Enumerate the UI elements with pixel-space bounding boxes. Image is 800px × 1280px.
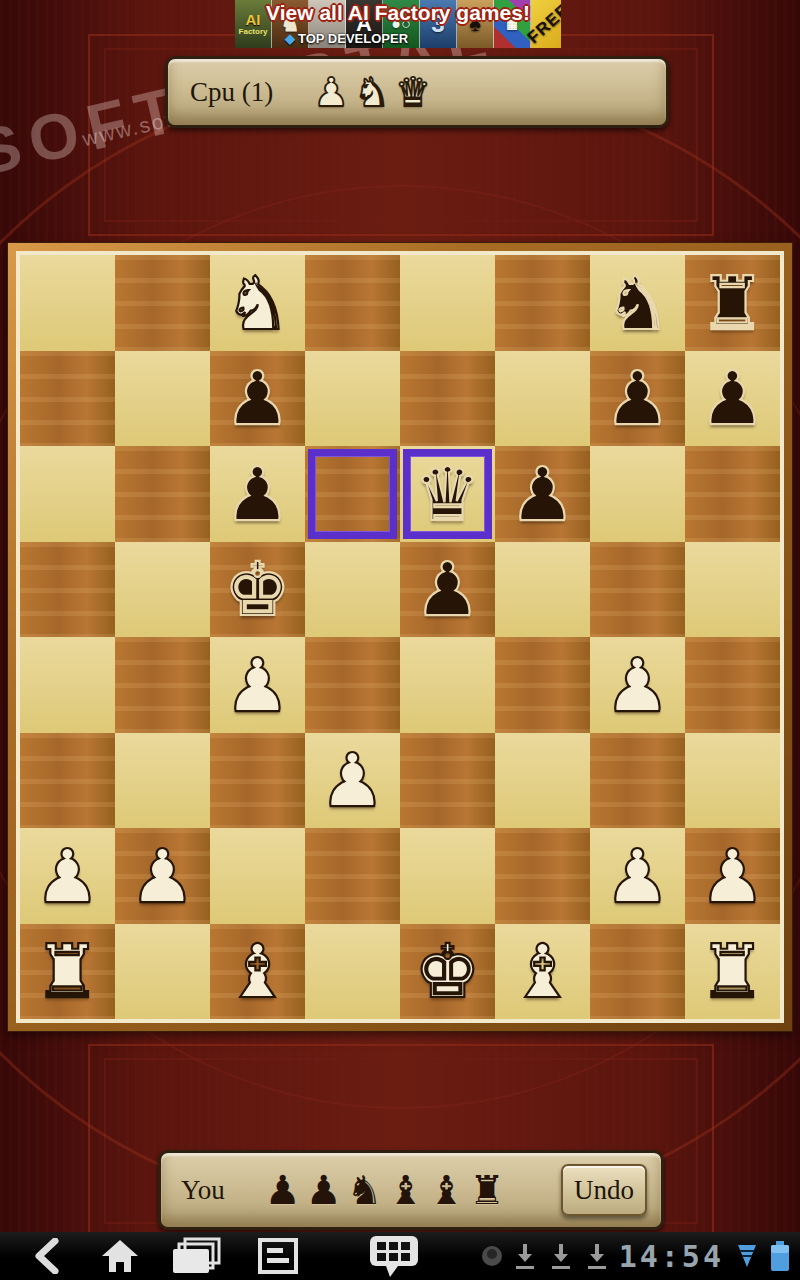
- square-a2[interactable]: ♟: [20, 828, 115, 924]
- status-circle-icon: [481, 1245, 503, 1267]
- square-h4[interactable]: [685, 637, 780, 733]
- black-pawn[interactable]: ♟: [224, 457, 290, 531]
- white-bishop[interactable]: ♝: [509, 934, 575, 1008]
- square-a1[interactable]: ♜: [20, 924, 115, 1020]
- black-queen[interactable]: ♛: [414, 457, 480, 531]
- square-f1[interactable]: ♝: [495, 924, 590, 1020]
- battery-icon: [770, 1241, 790, 1271]
- square-c5[interactable]: ♚: [210, 542, 305, 638]
- app-screen: SOFTPORTAL www.softportal.com AIFactory♞…: [0, 0, 800, 1280]
- square-c2[interactable]: [210, 828, 305, 924]
- white-knight[interactable]: ♞: [224, 266, 290, 340]
- square-f5[interactable]: [495, 542, 590, 638]
- captured-black-pawn: ♟: [265, 1170, 301, 1210]
- captured-black-rook: ♜: [469, 1170, 505, 1210]
- black-pawn[interactable]: ♟: [699, 361, 765, 435]
- square-e7[interactable]: [400, 351, 495, 447]
- square-c1[interactable]: ♝: [210, 924, 305, 1020]
- square-d5[interactable]: [305, 542, 400, 638]
- square-b2[interactable]: ♟: [115, 828, 210, 924]
- ad-top-developer-badge: ◆ TOP DEVELOPER: [285, 31, 408, 46]
- square-c7[interactable]: ♟: [210, 351, 305, 447]
- square-h6[interactable]: [685, 446, 780, 542]
- cpu-captured-pieces: ♟♞♛: [313, 72, 431, 112]
- square-g7[interactable]: ♟: [590, 351, 685, 447]
- white-rook[interactable]: ♜: [699, 934, 765, 1008]
- square-b5[interactable]: [115, 542, 210, 638]
- ad-badge-label: TOP DEVELOPER: [298, 31, 408, 46]
- undo-button[interactable]: Undo: [561, 1164, 647, 1216]
- square-f7[interactable]: [495, 351, 590, 447]
- white-pawn[interactable]: ♟: [319, 743, 385, 817]
- status-cluster: 14:54: [481, 1232, 790, 1280]
- white-pawn[interactable]: ♟: [604, 648, 670, 722]
- board-frame: ♞♞♜♟♟♟♟♛♟♚♟♟♟♟♟♟♟♟♜♝♚♝♜: [8, 243, 792, 1031]
- captured-black-bishop: ♝: [387, 1170, 423, 1210]
- square-d7[interactable]: [305, 351, 400, 447]
- square-d3[interactable]: ♟: [305, 733, 400, 829]
- black-pawn[interactable]: ♟: [224, 361, 290, 435]
- square-a7[interactable]: [20, 351, 115, 447]
- square-g2[interactable]: ♟: [590, 828, 685, 924]
- square-e2[interactable]: [400, 828, 495, 924]
- back-icon[interactable]: [24, 1232, 68, 1280]
- ad-banner[interactable]: AIFactory♞A●○3♠▦FREE View all AI Factory…: [235, 0, 561, 48]
- square-b1[interactable]: [115, 924, 210, 1020]
- black-knight[interactable]: ♞: [604, 266, 670, 340]
- square-a8[interactable]: [20, 255, 115, 351]
- square-e1[interactable]: ♚: [400, 924, 495, 1020]
- home-icon[interactable]: [96, 1232, 144, 1280]
- square-d1[interactable]: [305, 924, 400, 1020]
- captured-black-knight: ♞: [347, 1170, 383, 1210]
- white-rook[interactable]: ♜: [34, 934, 100, 1008]
- captured-black-bishop: ♝: [428, 1170, 464, 1210]
- square-g3[interactable]: [590, 733, 685, 829]
- cpu-tray: Cpu (1) ♟♞♛: [165, 56, 669, 128]
- black-pawn[interactable]: ♟: [414, 552, 480, 626]
- square-b4[interactable]: [115, 637, 210, 733]
- square-g1[interactable]: [590, 924, 685, 1020]
- white-pawn[interactable]: ♟: [699, 839, 765, 913]
- captured-white-pawn: ♟: [313, 72, 349, 112]
- white-pawn[interactable]: ♟: [224, 648, 290, 722]
- white-pawn[interactable]: ♟: [129, 839, 195, 913]
- square-b6[interactable]: [115, 446, 210, 542]
- android-nav-bar: 14:54: [0, 1232, 800, 1280]
- cpu-label: Cpu (1): [190, 77, 273, 108]
- square-e5[interactable]: ♟: [400, 542, 495, 638]
- square-h8[interactable]: ♜: [685, 255, 780, 351]
- square-a3[interactable]: [20, 733, 115, 829]
- square-c8[interactable]: ♞: [210, 255, 305, 351]
- white-king[interactable]: ♚: [414, 934, 480, 1008]
- square-f4[interactable]: [495, 637, 590, 733]
- square-d8[interactable]: [305, 255, 400, 351]
- square-f2[interactable]: [495, 828, 590, 924]
- download-icon[interactable]: [587, 1243, 607, 1269]
- black-pawn[interactable]: ♟: [509, 457, 575, 531]
- square-a4[interactable]: [20, 637, 115, 733]
- download-icon[interactable]: [551, 1243, 571, 1269]
- square-a6[interactable]: [20, 446, 115, 542]
- square-d4[interactable]: [305, 637, 400, 733]
- square-d6[interactable]: [305, 446, 400, 542]
- white-bishop[interactable]: ♝: [224, 934, 290, 1008]
- square-e6[interactable]: ♛: [400, 446, 495, 542]
- download-icons: [515, 1243, 607, 1269]
- black-king[interactable]: ♚: [224, 552, 290, 626]
- square-g8[interactable]: ♞: [590, 255, 685, 351]
- captured-white-knight: ♞: [354, 72, 390, 112]
- chess-board[interactable]: ♞♞♜♟♟♟♟♛♟♚♟♟♟♟♟♟♟♟♜♝♚♝♜: [20, 255, 780, 1019]
- white-pawn[interactable]: ♟: [604, 839, 670, 913]
- square-h3[interactable]: [685, 733, 780, 829]
- square-d2[interactable]: [305, 828, 400, 924]
- square-c4[interactable]: ♟: [210, 637, 305, 733]
- square-h2[interactable]: ♟: [685, 828, 780, 924]
- screenshot-icon[interactable]: [252, 1232, 304, 1280]
- square-f3[interactable]: [495, 733, 590, 829]
- black-pawn[interactable]: ♟: [604, 361, 670, 435]
- square-c6[interactable]: ♟: [210, 446, 305, 542]
- board-inner-border: ♞♞♜♟♟♟♟♛♟♚♟♟♟♟♟♟♟♟♜♝♚♝♜: [16, 251, 784, 1023]
- captured-black-pawn: ♟: [306, 1170, 342, 1210]
- square-e3[interactable]: [400, 733, 495, 829]
- square-f6[interactable]: ♟: [495, 446, 590, 542]
- square-e4[interactable]: [400, 637, 495, 733]
- square-c3[interactable]: [210, 733, 305, 829]
- square-g5[interactable]: [590, 542, 685, 638]
- square-b7[interactable]: [115, 351, 210, 447]
- captured-white-queen: ♛: [395, 72, 431, 112]
- square-f8[interactable]: [495, 255, 590, 351]
- you-label: You: [181, 1175, 225, 1206]
- square-h5[interactable]: [685, 542, 780, 638]
- clock[interactable]: 14:54: [619, 1239, 724, 1274]
- recent-apps-icon[interactable]: [168, 1232, 224, 1280]
- square-g6[interactable]: [590, 446, 685, 542]
- download-icon[interactable]: [515, 1243, 535, 1269]
- square-e8[interactable]: [400, 255, 495, 351]
- you-tray: You ♟♟♞♝♝♜ Undo: [158, 1150, 664, 1230]
- black-rook[interactable]: ♜: [699, 266, 765, 340]
- square-a5[interactable]: [20, 542, 115, 638]
- you-captured-pieces: ♟♟♞♝♝♜: [265, 1170, 505, 1210]
- signal-pen-icon: [736, 1243, 758, 1269]
- keyboard-icon[interactable]: [366, 1232, 422, 1280]
- square-h7[interactable]: ♟: [685, 351, 780, 447]
- square-b8[interactable]: [115, 255, 210, 351]
- square-h1[interactable]: ♜: [685, 924, 780, 1020]
- square-g4[interactable]: ♟: [590, 637, 685, 733]
- square-b3[interactable]: [115, 733, 210, 829]
- ad-headline: View all AI Factory games!: [235, 1, 561, 25]
- diamond-icon: ◆: [285, 31, 295, 46]
- white-pawn[interactable]: ♟: [34, 839, 100, 913]
